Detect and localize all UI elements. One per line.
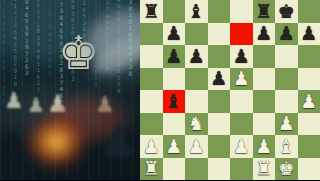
black-king[interactable]: ♚	[278, 2, 295, 21]
square-d1[interactable]	[208, 158, 231, 181]
square-g3[interactable]: ♟	[275, 113, 298, 136]
square-e5[interactable]: ♟	[230, 68, 253, 91]
square-g7[interactable]: ♟	[275, 23, 298, 46]
square-f4[interactable]	[253, 90, 276, 113]
square-e8[interactable]	[230, 0, 253, 23]
scanline-overlay	[0, 0, 140, 180]
square-h3[interactable]	[298, 113, 320, 136]
square-g6[interactable]	[275, 45, 298, 68]
square-e6[interactable]: ♟	[230, 45, 253, 68]
black-pawn[interactable]: ♟	[278, 24, 295, 43]
square-a8[interactable]: ♜	[140, 0, 163, 23]
square-b5[interactable]	[163, 68, 186, 91]
square-b1[interactable]	[163, 158, 186, 181]
square-h4[interactable]: ♟	[298, 90, 320, 113]
square-f7[interactable]: ♟	[253, 23, 276, 46]
square-d5[interactable]: ♟	[208, 68, 231, 91]
square-h6[interactable]	[298, 45, 320, 68]
black-bishop[interactable]: ♝	[188, 2, 205, 21]
square-g5[interactable]	[275, 68, 298, 91]
white-bishop[interactable]: ♝	[278, 137, 295, 156]
square-b7[interactable]: ♟	[163, 23, 186, 46]
square-d2[interactable]	[208, 135, 231, 158]
square-c1[interactable]	[185, 158, 208, 181]
white-knight[interactable]: ♞	[188, 114, 205, 133]
square-g4[interactable]	[275, 90, 298, 113]
square-h1[interactable]	[298, 158, 320, 181]
white-pawn[interactable]: ♟	[165, 137, 182, 156]
square-h2[interactable]	[298, 135, 320, 158]
square-e7[interactable]	[230, 23, 253, 46]
square-e3[interactable]	[230, 113, 253, 136]
screenshot: ♟ ♟ ♟ ♟ ♚ ♟ ♟ 7 1 0 3 9 4 8 2 6 5 0 1 7 …	[0, 0, 320, 180]
white-rook[interactable]: ♜	[255, 159, 272, 178]
square-e4[interactable]	[230, 90, 253, 113]
square-d6[interactable]	[208, 45, 231, 68]
white-pawn[interactable]: ♟	[143, 137, 160, 156]
square-f6[interactable]	[253, 45, 276, 68]
black-pawn[interactable]: ♟	[188, 47, 205, 66]
square-h5[interactable]	[298, 68, 320, 91]
black-pawn[interactable]: ♟	[165, 47, 182, 66]
square-a5[interactable]	[140, 68, 163, 91]
square-b2[interactable]: ♟	[163, 135, 186, 158]
black-pawn[interactable]: ♟	[300, 24, 317, 43]
square-f5[interactable]	[253, 68, 276, 91]
square-b3[interactable]	[163, 113, 186, 136]
square-f3[interactable]	[253, 113, 276, 136]
square-a3[interactable]	[140, 113, 163, 136]
square-h7[interactable]: ♟	[298, 23, 320, 46]
square-b4[interactable]: ♝	[163, 90, 186, 113]
square-c5[interactable]	[185, 68, 208, 91]
black-rook[interactable]: ♜	[143, 2, 160, 21]
black-pawn[interactable]: ♟	[210, 69, 227, 88]
square-d7[interactable]	[208, 23, 231, 46]
white-rook[interactable]: ♜	[143, 159, 160, 178]
square-f1[interactable]: ♜	[253, 158, 276, 181]
square-b6[interactable]: ♟	[163, 45, 186, 68]
white-pawn[interactable]: ♟	[300, 92, 317, 111]
square-c7[interactable]	[185, 23, 208, 46]
square-g1[interactable]: ♚	[275, 158, 298, 181]
square-h8[interactable]	[298, 0, 320, 23]
white-pawn[interactable]: ♟	[278, 114, 295, 133]
square-c2[interactable]: ♟	[185, 135, 208, 158]
black-bishop[interactable]: ♝	[165, 92, 182, 111]
square-c3[interactable]: ♞	[185, 113, 208, 136]
square-b8[interactable]	[163, 0, 186, 23]
square-a4[interactable]	[140, 90, 163, 113]
square-f8[interactable]: ♜	[253, 0, 276, 23]
white-pawn[interactable]: ♟	[255, 137, 272, 156]
white-king[interactable]: ♚	[278, 159, 295, 178]
left-photo: ♟ ♟ ♟ ♟ ♚ ♟ ♟ 7 1 0 3 9 4 8 2 6 5 0 1 7 …	[0, 0, 140, 180]
white-pawn[interactable]: ♟	[233, 69, 250, 88]
square-d3[interactable]	[208, 113, 231, 136]
square-a1[interactable]: ♜	[140, 158, 163, 181]
black-pawn[interactable]: ♟	[255, 24, 272, 43]
square-d8[interactable]	[208, 0, 231, 23]
square-a2[interactable]: ♟	[140, 135, 163, 158]
square-e2[interactable]: ♟	[230, 135, 253, 158]
white-pawn[interactable]: ♟	[233, 137, 250, 156]
square-a6[interactable]	[140, 45, 163, 68]
square-e1[interactable]	[230, 158, 253, 181]
black-rook[interactable]: ♜	[255, 2, 272, 21]
square-g2[interactable]: ♝	[275, 135, 298, 158]
square-c6[interactable]: ♟	[185, 45, 208, 68]
square-a7[interactable]	[140, 23, 163, 46]
square-f2[interactable]: ♟	[253, 135, 276, 158]
square-d4[interactable]	[208, 90, 231, 113]
white-pawn[interactable]: ♟	[188, 137, 205, 156]
square-c8[interactable]: ♝	[185, 0, 208, 23]
square-c4[interactable]	[185, 90, 208, 113]
black-pawn[interactable]: ♟	[165, 24, 182, 43]
chess-board[interactable]: ♜♝♜♚♟♟♟♟♟♟♟♟♟♝♟♞♟♟♟♟♟♟♝♜♜♚	[140, 0, 320, 180]
black-pawn[interactable]: ♟	[233, 47, 250, 66]
square-g8[interactable]: ♚	[275, 0, 298, 23]
